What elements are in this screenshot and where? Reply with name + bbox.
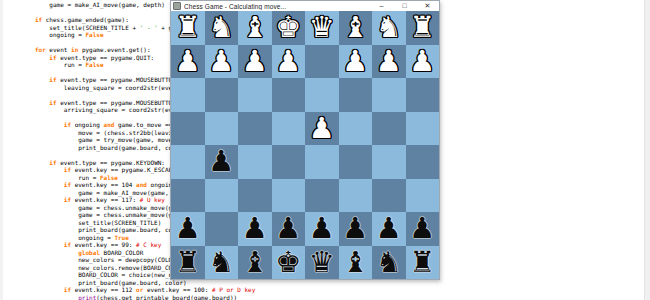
square[interactable]: ♟︎	[272, 45, 306, 79]
square[interactable]	[339, 78, 373, 112]
square[interactable]	[372, 112, 406, 146]
square[interactable]	[238, 145, 272, 179]
square[interactable]: ♟︎	[171, 45, 205, 79]
window-title: Chess Game - Calculating move...	[184, 3, 370, 10]
white-rook[interactable]: ♜	[175, 11, 201, 45]
white-pawn[interactable]: ♟︎	[275, 45, 301, 79]
white-knight[interactable]: ♞	[208, 11, 234, 45]
square[interactable]: ♞	[205, 11, 239, 45]
square[interactable]	[171, 78, 205, 112]
square[interactable]: ♟︎	[372, 212, 406, 246]
chess-board: ♜♞♝♚♛♝♞♜♟︎♟︎♟︎♟︎♟︎♟︎♟︎♟︎♟︎♟︎♟︎♟︎♟︎♟︎♟︎♟︎…	[171, 11, 439, 279]
square[interactable]	[272, 145, 306, 179]
square[interactable]	[171, 179, 205, 213]
square[interactable]: ♝	[238, 246, 272, 280]
white-queen[interactable]: ♛	[309, 11, 335, 45]
square[interactable]: ♟︎	[339, 45, 373, 79]
square[interactable]: ♟︎	[406, 212, 440, 246]
square[interactable]	[305, 145, 339, 179]
white-knight[interactable]: ♞	[376, 11, 402, 45]
white-pawn[interactable]: ♟︎	[376, 45, 402, 79]
square[interactable]: ♟︎	[238, 212, 272, 246]
square[interactable]: ♟︎	[305, 112, 339, 146]
square[interactable]	[205, 179, 239, 213]
black-pawn[interactable]: ♟︎	[342, 212, 368, 246]
black-pawn[interactable]: ♟︎	[175, 212, 201, 246]
square[interactable]	[305, 179, 339, 213]
titlebar[interactable]: Chess Game - Calculating move... – □ ✕	[171, 1, 439, 11]
square[interactable]: ♝	[339, 11, 373, 45]
black-pawn[interactable]: ♟︎	[376, 212, 402, 246]
black-pawn[interactable]: ♟︎	[208, 145, 234, 179]
maximize-button[interactable]: □	[393, 1, 416, 11]
square[interactable]: ♟︎	[372, 45, 406, 79]
white-pawn[interactable]: ♟︎	[208, 45, 234, 79]
square[interactable]: ♞	[205, 246, 239, 280]
white-rook[interactable]: ♜	[409, 11, 435, 45]
editor-scrollbar[interactable]	[644, 0, 650, 300]
square[interactable]: ♟︎	[238, 45, 272, 79]
square[interactable]: ♟︎	[339, 212, 373, 246]
white-pawn[interactable]: ♟︎	[175, 45, 201, 79]
white-pawn[interactable]: ♟︎	[409, 45, 435, 79]
square[interactable]: ♟︎	[171, 212, 205, 246]
square[interactable]	[205, 112, 239, 146]
square[interactable]	[372, 179, 406, 213]
square[interactable]: ♟︎	[406, 45, 440, 79]
white-pawn[interactable]: ♟︎	[309, 112, 335, 146]
square[interactable]	[406, 179, 440, 213]
square[interactable]: ♞	[372, 11, 406, 45]
white-pawn[interactable]: ♟︎	[342, 45, 368, 79]
square[interactable]: ♜	[406, 246, 440, 280]
code-line: print(chess.get_printable_board(game.boa…	[6, 294, 324, 300]
square[interactable]: ♟︎	[272, 212, 306, 246]
square[interactable]	[238, 112, 272, 146]
square[interactable]: ♚	[272, 246, 306, 280]
square[interactable]: ♞	[372, 246, 406, 280]
code-line: if event.key == 112 or event.key == 100:…	[6, 286, 324, 294]
square[interactable]	[171, 112, 205, 146]
square[interactable]	[339, 179, 373, 213]
square[interactable]	[171, 145, 205, 179]
square[interactable]	[406, 112, 440, 146]
square[interactable]: ♟︎	[205, 145, 239, 179]
square[interactable]	[305, 78, 339, 112]
close-button[interactable]: ✕	[416, 1, 439, 11]
black-king[interactable]: ♚	[275, 246, 301, 280]
square[interactable]	[238, 78, 272, 112]
square[interactable]	[305, 45, 339, 79]
square[interactable]: ♛	[305, 246, 339, 280]
white-bishop[interactable]: ♝	[242, 11, 268, 45]
white-king[interactable]: ♚	[275, 11, 301, 45]
black-knight[interactable]: ♞	[208, 246, 234, 280]
chess-window: Chess Game - Calculating move... – □ ✕ ♜…	[170, 0, 440, 280]
square[interactable]	[372, 78, 406, 112]
white-pawn[interactable]: ♟︎	[242, 45, 268, 79]
square[interactable]	[205, 212, 239, 246]
square[interactable]	[272, 112, 306, 146]
square[interactable]	[406, 78, 440, 112]
square[interactable]: ♜	[171, 246, 205, 280]
black-bishop[interactable]: ♝	[342, 246, 368, 280]
square[interactable]	[205, 78, 239, 112]
white-bishop[interactable]: ♝	[342, 11, 368, 45]
black-pawn[interactable]: ♟︎	[309, 212, 335, 246]
square[interactable]: ♟︎	[305, 212, 339, 246]
black-pawn[interactable]: ♟︎	[242, 212, 268, 246]
square[interactable]: ♛	[305, 11, 339, 45]
square[interactable]: ♝	[238, 11, 272, 45]
black-knight[interactable]: ♞	[376, 246, 402, 280]
pygame-icon	[173, 2, 181, 10]
editor-left-edge	[0, 0, 3, 300]
square[interactable]	[406, 145, 440, 179]
square[interactable]	[238, 179, 272, 213]
square[interactable]	[272, 179, 306, 213]
minimize-button[interactable]: –	[370, 1, 393, 11]
square[interactable]	[339, 145, 373, 179]
square[interactable]: ♟︎	[205, 45, 239, 79]
black-queen[interactable]: ♛	[309, 246, 335, 280]
square[interactable]: ♜	[171, 11, 205, 45]
square[interactable]: ♝	[339, 246, 373, 280]
black-rook[interactable]: ♜	[175, 246, 201, 280]
black-bishop[interactable]: ♝	[242, 246, 268, 280]
square[interactable]	[372, 145, 406, 179]
black-pawn[interactable]: ♟︎	[275, 212, 301, 246]
black-pawn[interactable]: ♟︎	[409, 212, 435, 246]
square[interactable]	[339, 112, 373, 146]
black-rook[interactable]: ♜	[409, 246, 435, 280]
square[interactable]: ♜	[406, 11, 440, 45]
square[interactable]	[272, 78, 306, 112]
square[interactable]: ♚	[272, 11, 306, 45]
